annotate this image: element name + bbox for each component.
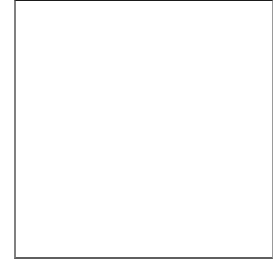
rank-labels: [0, 1, 14, 257]
file-labels: [16, 258, 272, 275]
chess-diagram: [0, 0, 275, 275]
chess-board: [14, 0, 273, 259]
